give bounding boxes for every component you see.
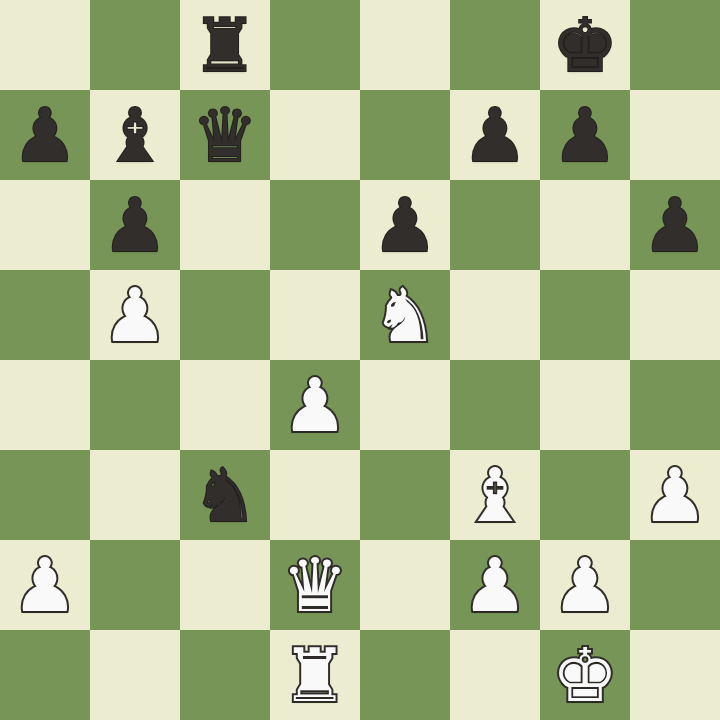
square-b2[interactable]	[90, 540, 180, 630]
square-g2[interactable]: ♟	[540, 540, 630, 630]
piece-white-king[interactable]: ♚	[552, 630, 618, 720]
square-f2[interactable]: ♟	[450, 540, 540, 630]
square-g5[interactable]	[540, 270, 630, 360]
square-a4[interactable]	[0, 360, 90, 450]
square-f7[interactable]: ♟	[450, 90, 540, 180]
square-b6[interactable]: ♟	[90, 180, 180, 270]
square-c4[interactable]	[180, 360, 270, 450]
chess-board: ♜♚♟♝♛♟♟♟♟♟♟♞♟♞♝♟♟♛♟♟♜♚	[0, 0, 720, 720]
square-a8[interactable]	[0, 0, 90, 90]
square-h2[interactable]	[630, 540, 720, 630]
square-h5[interactable]	[630, 270, 720, 360]
square-a2[interactable]: ♟	[0, 540, 90, 630]
square-f8[interactable]	[450, 0, 540, 90]
square-e3[interactable]	[360, 450, 450, 540]
square-g1[interactable]: ♚	[540, 630, 630, 720]
square-d1[interactable]: ♜	[270, 630, 360, 720]
square-f4[interactable]	[450, 360, 540, 450]
square-g7[interactable]: ♟	[540, 90, 630, 180]
square-e8[interactable]	[360, 0, 450, 90]
square-f1[interactable]	[450, 630, 540, 720]
piece-black-knight[interactable]: ♞	[192, 450, 258, 540]
piece-white-pawn[interactable]: ♟	[642, 450, 708, 540]
square-e1[interactable]	[360, 630, 450, 720]
square-g8[interactable]: ♚	[540, 0, 630, 90]
square-c3[interactable]: ♞	[180, 450, 270, 540]
square-b5[interactable]: ♟	[90, 270, 180, 360]
square-b7[interactable]: ♝	[90, 90, 180, 180]
piece-white-knight[interactable]: ♞	[372, 270, 438, 360]
piece-white-pawn[interactable]: ♟	[552, 540, 618, 630]
square-c7[interactable]: ♛	[180, 90, 270, 180]
square-h6[interactable]: ♟	[630, 180, 720, 270]
square-d5[interactable]	[270, 270, 360, 360]
square-e7[interactable]	[360, 90, 450, 180]
piece-white-pawn[interactable]: ♟	[12, 540, 78, 630]
piece-black-king[interactable]: ♚	[552, 0, 618, 90]
piece-white-bishop[interactable]: ♝	[462, 450, 528, 540]
square-a3[interactable]	[0, 450, 90, 540]
square-a6[interactable]	[0, 180, 90, 270]
square-e2[interactable]	[360, 540, 450, 630]
square-c2[interactable]	[180, 540, 270, 630]
square-d2[interactable]: ♛	[270, 540, 360, 630]
square-e5[interactable]: ♞	[360, 270, 450, 360]
square-f6[interactable]	[450, 180, 540, 270]
piece-black-pawn[interactable]: ♟	[102, 180, 168, 270]
square-d6[interactable]	[270, 180, 360, 270]
square-b3[interactable]	[90, 450, 180, 540]
piece-black-pawn[interactable]: ♟	[552, 90, 618, 180]
piece-white-pawn[interactable]: ♟	[282, 360, 348, 450]
piece-black-bishop[interactable]: ♝	[102, 90, 168, 180]
square-c1[interactable]	[180, 630, 270, 720]
piece-white-queen[interactable]: ♛	[282, 540, 348, 630]
piece-black-pawn[interactable]: ♟	[462, 90, 528, 180]
square-d7[interactable]	[270, 90, 360, 180]
square-h7[interactable]	[630, 90, 720, 180]
square-h4[interactable]	[630, 360, 720, 450]
square-b1[interactable]	[90, 630, 180, 720]
square-h1[interactable]	[630, 630, 720, 720]
square-c6[interactable]	[180, 180, 270, 270]
piece-black-pawn[interactable]: ♟	[372, 180, 438, 270]
square-d8[interactable]	[270, 0, 360, 90]
square-g3[interactable]	[540, 450, 630, 540]
square-c8[interactable]: ♜	[180, 0, 270, 90]
piece-black-rook[interactable]: ♜	[192, 0, 258, 90]
square-f3[interactable]: ♝	[450, 450, 540, 540]
piece-black-queen[interactable]: ♛	[192, 90, 258, 180]
square-b8[interactable]	[90, 0, 180, 90]
piece-white-pawn[interactable]: ♟	[462, 540, 528, 630]
square-h8[interactable]	[630, 0, 720, 90]
square-a7[interactable]: ♟	[0, 90, 90, 180]
piece-black-pawn[interactable]: ♟	[12, 90, 78, 180]
square-a5[interactable]	[0, 270, 90, 360]
square-d4[interactable]: ♟	[270, 360, 360, 450]
square-b4[interactable]	[90, 360, 180, 450]
square-e4[interactable]	[360, 360, 450, 450]
square-g4[interactable]	[540, 360, 630, 450]
square-g6[interactable]	[540, 180, 630, 270]
square-h3[interactable]: ♟	[630, 450, 720, 540]
square-d3[interactable]	[270, 450, 360, 540]
piece-black-pawn[interactable]: ♟	[642, 180, 708, 270]
square-a1[interactable]	[0, 630, 90, 720]
square-f5[interactable]	[450, 270, 540, 360]
square-c5[interactable]	[180, 270, 270, 360]
square-e6[interactable]: ♟	[360, 180, 450, 270]
piece-white-pawn[interactable]: ♟	[102, 270, 168, 360]
piece-white-rook[interactable]: ♜	[282, 630, 348, 720]
